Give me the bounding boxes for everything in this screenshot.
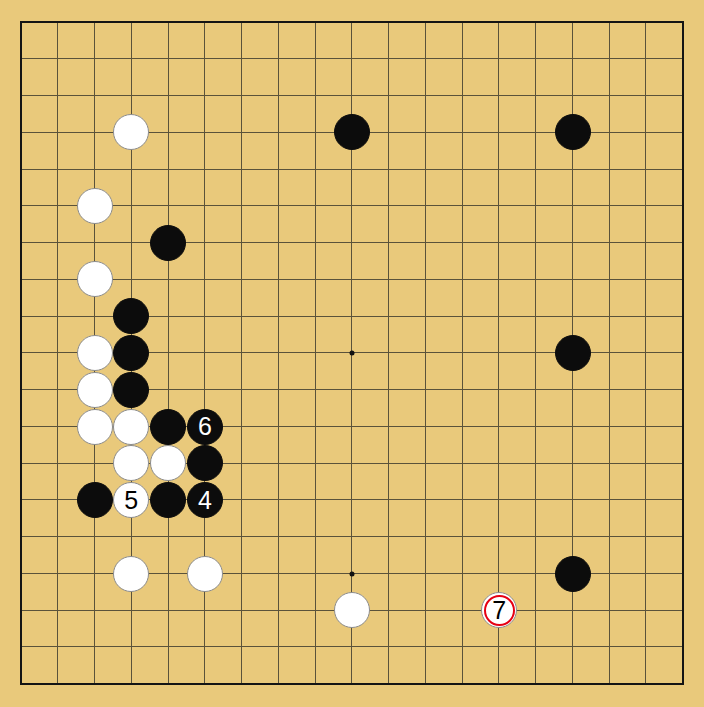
grid-cell-H12 [260, 261, 297, 298]
grid-cell-F13 [186, 224, 223, 261]
grid-cell-G14 [223, 187, 260, 224]
grid-cell-P3 [517, 592, 554, 629]
grid-cell-E16 [150, 114, 187, 151]
stone-white-D4 [113, 556, 149, 592]
grid-cell-E15 [150, 151, 187, 188]
grid-cell-S7 [628, 445, 665, 482]
grid-cell-E12 [150, 261, 187, 298]
grid-cell-C5 [76, 518, 113, 555]
grid-cell-J2 [297, 629, 334, 666]
grid-cell-J12 [297, 261, 334, 298]
grid-cell-H6 [260, 482, 297, 519]
grid-cell-M5 [407, 518, 444, 555]
grid-cell-F9 [186, 371, 223, 408]
grid-cell-B1 [39, 665, 76, 702]
grid-cell-M1 [407, 665, 444, 702]
grid-cell-O17 [481, 77, 518, 114]
grid-cell-A1 [3, 665, 40, 702]
grid-cell-H14 [260, 187, 297, 224]
grid-cell-K1 [333, 665, 370, 702]
grid-cell-P8 [517, 408, 554, 445]
grid-cell-B8 [39, 408, 76, 445]
grid-cell-J8 [297, 408, 334, 445]
stone-black-F6: 4 [187, 482, 223, 518]
grid-cell-T11 [664, 298, 701, 335]
grid-cell-A6 [3, 482, 40, 519]
stone-black-D10 [113, 335, 149, 371]
grid-cell-P7 [517, 445, 554, 482]
grid-cell-H10 [260, 334, 297, 371]
grid-cell-J19 [297, 4, 334, 41]
grid-cell-N17 [444, 77, 481, 114]
grid-cell-B4 [39, 555, 76, 592]
grid-cell-D3 [113, 592, 150, 629]
grid-cell-G3 [223, 592, 260, 629]
grid-cell-Q14 [554, 187, 591, 224]
grid-cell-N4 [444, 555, 481, 592]
grid-cell-L1 [370, 665, 407, 702]
grid-cell-P12 [517, 261, 554, 298]
grid-cell-L8 [370, 408, 407, 445]
stone-white-D16 [113, 114, 149, 150]
grid-cell-J5 [297, 518, 334, 555]
grid-cell-N6 [444, 482, 481, 519]
grid-cell-E4 [150, 555, 187, 592]
grid-cell-C16 [76, 114, 113, 151]
grid-cell-S18 [628, 40, 665, 77]
grid-cell-H18 [260, 40, 297, 77]
grid-cell-O7 [481, 445, 518, 482]
grid-cell-P16 [517, 114, 554, 151]
grid-cell-A9 [3, 371, 40, 408]
grid-cell-R17 [591, 77, 628, 114]
grid-cell-R8 [591, 408, 628, 445]
grid-cell-A16 [3, 114, 40, 151]
grid-cell-B6 [39, 482, 76, 519]
grid-cell-E2 [150, 629, 187, 666]
grid-cell-S8 [628, 408, 665, 445]
stone-white-C14 [77, 188, 113, 224]
grid-cell-N19 [444, 4, 481, 41]
grid-cell-A7 [3, 445, 40, 482]
grid-cell-F2 [186, 629, 223, 666]
grid-cell-A5 [3, 518, 40, 555]
grid-cell-M14 [407, 187, 444, 224]
grid-cell-R11 [591, 298, 628, 335]
grid-cell-H13 [260, 224, 297, 261]
grid-cell-T5 [664, 518, 701, 555]
grid-cell-P11 [517, 298, 554, 335]
grid-cell-B11 [39, 298, 76, 335]
grid-cell-L13 [370, 224, 407, 261]
grid-cell-P6 [517, 482, 554, 519]
grid-cell-S1 [628, 665, 665, 702]
grid-cell-G12 [223, 261, 260, 298]
grid-cell-J10 [297, 334, 334, 371]
grid-cell-B14 [39, 187, 76, 224]
grid-cell-J15 [297, 151, 334, 188]
grid-cell-O16 [481, 114, 518, 151]
grid-cell-F5 [186, 518, 223, 555]
grid-cell-L19 [370, 4, 407, 41]
grid-cell-T7 [664, 445, 701, 482]
grid-cell-C13 [76, 224, 113, 261]
grid-cell-H16 [260, 114, 297, 151]
grid-cell-T12 [664, 261, 701, 298]
grid-cell-C3 [76, 592, 113, 629]
grid-cell-J6 [297, 482, 334, 519]
grid-cell-R6 [591, 482, 628, 519]
grid-cell-H9 [260, 371, 297, 408]
grid-cell-N18 [444, 40, 481, 77]
grid-cell-T16 [664, 114, 701, 151]
grid-cell-L17 [370, 77, 407, 114]
grid-cell-G18 [223, 40, 260, 77]
grid-cell-H7 [260, 445, 297, 482]
grid-cell-G15 [223, 151, 260, 188]
grid-cell-J18 [297, 40, 334, 77]
grid-cell-J4 [297, 555, 334, 592]
grid-cell-N12 [444, 261, 481, 298]
grid-cell-R5 [591, 518, 628, 555]
grid-cell-C17 [76, 77, 113, 114]
grid-cell-J16 [297, 114, 334, 151]
grid-cell-A14 [3, 187, 40, 224]
grid-cell-T14 [664, 187, 701, 224]
grid-cell-F10 [186, 334, 223, 371]
grid-cell-T4 [664, 555, 701, 592]
grid-cell-T10 [664, 334, 701, 371]
grid-cell-B2 [39, 629, 76, 666]
grid-cell-M19 [407, 4, 444, 41]
grid-cell-E5 [150, 518, 187, 555]
grid-cell-D15 [113, 151, 150, 188]
grid-cell-G17 [223, 77, 260, 114]
grid-cell-E14 [150, 187, 187, 224]
grid-cell-M6 [407, 482, 444, 519]
grid-cell-M16 [407, 114, 444, 151]
grid-cell-Q11 [554, 298, 591, 335]
grid-cell-S4 [628, 555, 665, 592]
grid-cell-L7 [370, 445, 407, 482]
grid-cell-F12 [186, 261, 223, 298]
grid-cell-M11 [407, 298, 444, 335]
grid-cell-H5 [260, 518, 297, 555]
stone-white-C9 [77, 372, 113, 408]
stone-black-Q4 [555, 556, 591, 592]
grid-cell-G11 [223, 298, 260, 335]
grid-cell-O9 [481, 371, 518, 408]
grid-cell-T17 [664, 77, 701, 114]
grid-cell-P1 [517, 665, 554, 702]
grid-cell-J3 [297, 592, 334, 629]
grid-cell-R4 [591, 555, 628, 592]
grid-cell-F18 [186, 40, 223, 77]
grid-cell-C15 [76, 151, 113, 188]
grid-cell-L2 [370, 629, 407, 666]
grid-cell-T2 [664, 629, 701, 666]
grid-cell-N9 [444, 371, 481, 408]
grid-cell-E11 [150, 298, 187, 335]
grid-cell-M9 [407, 371, 444, 408]
grid-cell-A17 [3, 77, 40, 114]
stone-black-D9 [113, 372, 149, 408]
grid-cell-M8 [407, 408, 444, 445]
grid-cell-R15 [591, 151, 628, 188]
stone-black-Q10 [555, 335, 591, 371]
grid-cell-B12 [39, 261, 76, 298]
grid-cell-M12 [407, 261, 444, 298]
grid-cell-P13 [517, 224, 554, 261]
grid-cell-N7 [444, 445, 481, 482]
go-board-grid: 6457 [3, 4, 702, 703]
grid-cell-H3 [260, 592, 297, 629]
move-number-label: 5 [124, 488, 138, 513]
grid-cell-S6 [628, 482, 665, 519]
grid-cell-K2 [333, 629, 370, 666]
grid-cell-E18 [150, 40, 187, 77]
grid-cell-Q18 [554, 40, 591, 77]
grid-cell-B9 [39, 371, 76, 408]
grid-cell-M15 [407, 151, 444, 188]
grid-cell-J17 [297, 77, 334, 114]
move-number-label: 7 [492, 598, 506, 623]
grid-cell-T19 [664, 4, 701, 41]
grid-cell-H19 [260, 4, 297, 41]
grid-cell-N2 [444, 629, 481, 666]
grid-cell-Q8 [554, 408, 591, 445]
grid-cell-O18 [481, 40, 518, 77]
grid-cell-A8 [3, 408, 40, 445]
stone-black-C6 [77, 482, 113, 518]
grid-cell-K14 [333, 187, 370, 224]
grid-cell-S3 [628, 592, 665, 629]
grid-cell-P5 [517, 518, 554, 555]
grid-cell-O6 [481, 482, 518, 519]
grid-cell-T13 [664, 224, 701, 261]
grid-cell-L16 [370, 114, 407, 151]
grid-cell-Q1 [554, 665, 591, 702]
grid-cell-B10 [39, 334, 76, 371]
move-number-label: 4 [198, 488, 212, 513]
stone-black-F8: 6 [187, 409, 223, 445]
grid-cell-O19 [481, 4, 518, 41]
grid-cell-T9 [664, 371, 701, 408]
grid-cell-R10 [591, 334, 628, 371]
grid-cell-F16 [186, 114, 223, 151]
grid-cell-P14 [517, 187, 554, 224]
grid-cell-K12 [333, 261, 370, 298]
grid-cell-C19 [76, 4, 113, 41]
grid-cell-F11 [186, 298, 223, 335]
grid-cell-J13 [297, 224, 334, 261]
grid-cell-D2 [113, 629, 150, 666]
grid-cell-K5 [333, 518, 370, 555]
star-point-K4 [350, 571, 355, 576]
grid-cell-B7 [39, 445, 76, 482]
grid-cell-P15 [517, 151, 554, 188]
grid-cell-D1 [113, 665, 150, 702]
grid-cell-C18 [76, 40, 113, 77]
grid-cell-N13 [444, 224, 481, 261]
grid-cell-O12 [481, 261, 518, 298]
grid-cell-Q19 [554, 4, 591, 41]
grid-cell-B13 [39, 224, 76, 261]
grid-cell-M13 [407, 224, 444, 261]
grid-cell-D12 [113, 261, 150, 298]
grid-cell-C11 [76, 298, 113, 335]
stone-white-D6: 5 [113, 482, 149, 518]
grid-cell-H2 [260, 629, 297, 666]
grid-cell-R14 [591, 187, 628, 224]
grid-cell-Q9 [554, 371, 591, 408]
stone-white-D8 [113, 409, 149, 445]
grid-cell-O10 [481, 334, 518, 371]
grid-cell-N1 [444, 665, 481, 702]
grid-cell-A3 [3, 592, 40, 629]
grid-cell-Q13 [554, 224, 591, 261]
grid-cell-K8 [333, 408, 370, 445]
grid-cell-K15 [333, 151, 370, 188]
stone-white-F4 [187, 556, 223, 592]
grid-cell-D17 [113, 77, 150, 114]
grid-cell-K6 [333, 482, 370, 519]
grid-cell-C1 [76, 665, 113, 702]
grid-cell-R9 [591, 371, 628, 408]
stone-white-K3 [334, 592, 370, 628]
grid-cell-L14 [370, 187, 407, 224]
grid-cell-S14 [628, 187, 665, 224]
stone-black-D11 [113, 298, 149, 334]
grid-cell-B17 [39, 77, 76, 114]
grid-cell-T3 [664, 592, 701, 629]
grid-cell-R18 [591, 40, 628, 77]
grid-cell-L15 [370, 151, 407, 188]
grid-cell-S9 [628, 371, 665, 408]
grid-cell-B5 [39, 518, 76, 555]
grid-cell-K19 [333, 4, 370, 41]
grid-cell-S19 [628, 4, 665, 41]
grid-cell-M7 [407, 445, 444, 482]
grid-cell-L12 [370, 261, 407, 298]
grid-cell-O2 [481, 629, 518, 666]
grid-cell-O8 [481, 408, 518, 445]
grid-cell-G13 [223, 224, 260, 261]
grid-cell-G9 [223, 371, 260, 408]
grid-cell-O15 [481, 151, 518, 188]
grid-cell-D5 [113, 518, 150, 555]
grid-cell-L11 [370, 298, 407, 335]
grid-cell-E3 [150, 592, 187, 629]
grid-cell-S5 [628, 518, 665, 555]
grid-cell-L6 [370, 482, 407, 519]
grid-cell-H8 [260, 408, 297, 445]
grid-cell-C4 [76, 555, 113, 592]
stone-black-Q16 [555, 114, 591, 150]
grid-cell-G16 [223, 114, 260, 151]
grid-cell-Q3 [554, 592, 591, 629]
star-point-K10 [350, 351, 355, 356]
grid-cell-T1 [664, 665, 701, 702]
grid-cell-P4 [517, 555, 554, 592]
grid-cell-A10 [3, 334, 40, 371]
grid-cell-F1 [186, 665, 223, 702]
grid-cell-O13 [481, 224, 518, 261]
grid-cell-T15 [664, 151, 701, 188]
grid-cell-D13 [113, 224, 150, 261]
grid-cell-R13 [591, 224, 628, 261]
grid-cell-S2 [628, 629, 665, 666]
grid-cell-M2 [407, 629, 444, 666]
stone-white-C8 [77, 409, 113, 445]
grid-cell-N11 [444, 298, 481, 335]
grid-cell-Q5 [554, 518, 591, 555]
grid-cell-A12 [3, 261, 40, 298]
grid-cell-B18 [39, 40, 76, 77]
grid-cell-P10 [517, 334, 554, 371]
grid-cell-P19 [517, 4, 554, 41]
grid-cell-G6 [223, 482, 260, 519]
grid-cell-A19 [3, 4, 40, 41]
grid-cell-G2 [223, 629, 260, 666]
grid-cell-D18 [113, 40, 150, 77]
grid-cell-M4 [407, 555, 444, 592]
grid-cell-K17 [333, 77, 370, 114]
grid-cell-N3 [444, 592, 481, 629]
stone-black-F7 [187, 445, 223, 481]
grid-cell-O14 [481, 187, 518, 224]
grid-cell-F19 [186, 4, 223, 41]
grid-cell-H15 [260, 151, 297, 188]
grid-cell-B19 [39, 4, 76, 41]
grid-cell-M3 [407, 592, 444, 629]
grid-cell-Q2 [554, 629, 591, 666]
grid-cell-P9 [517, 371, 554, 408]
grid-cell-O11 [481, 298, 518, 335]
grid-cell-N8 [444, 408, 481, 445]
stone-black-E6 [150, 482, 186, 518]
grid-cell-Q15 [554, 151, 591, 188]
grid-cell-P18 [517, 40, 554, 77]
grid-cell-N16 [444, 114, 481, 151]
grid-cell-S17 [628, 77, 665, 114]
grid-cell-F15 [186, 151, 223, 188]
grid-cell-O4 [481, 555, 518, 592]
grid-cell-F3 [186, 592, 223, 629]
grid-cell-R1 [591, 665, 628, 702]
go-board-diagram: 6457 [0, 0, 704, 707]
grid-cell-L4 [370, 555, 407, 592]
grid-cell-R2 [591, 629, 628, 666]
move-number-label: 6 [198, 414, 212, 439]
grid-cell-T6 [664, 482, 701, 519]
grid-cell-G4 [223, 555, 260, 592]
grid-cell-R3 [591, 592, 628, 629]
grid-cell-J1 [297, 665, 334, 702]
grid-cell-C7 [76, 445, 113, 482]
grid-cell-S12 [628, 261, 665, 298]
grid-cell-N14 [444, 187, 481, 224]
grid-cell-L9 [370, 371, 407, 408]
grid-cell-J11 [297, 298, 334, 335]
grid-cell-G1 [223, 665, 260, 702]
grid-cell-S16 [628, 114, 665, 151]
grid-cell-F17 [186, 77, 223, 114]
grid-cell-O1 [481, 665, 518, 702]
grid-cell-L18 [370, 40, 407, 77]
grid-cell-E1 [150, 665, 187, 702]
grid-cell-J14 [297, 187, 334, 224]
